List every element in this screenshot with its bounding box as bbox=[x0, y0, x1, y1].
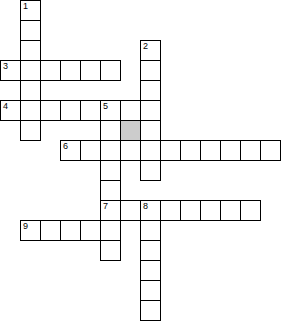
crossword-cell[interactable] bbox=[140, 280, 161, 301]
crossword-cell[interactable] bbox=[20, 100, 41, 121]
crossword-cell[interactable] bbox=[140, 240, 161, 261]
crossword-cell[interactable] bbox=[60, 100, 81, 121]
crossword-cell[interactable] bbox=[40, 220, 61, 241]
crossword-cell[interactable] bbox=[140, 120, 161, 141]
crossword-cell[interactable] bbox=[140, 220, 161, 241]
crossword-cell[interactable] bbox=[140, 140, 161, 161]
crossword-cell[interactable]: 1 bbox=[20, 0, 41, 21]
crossword-cell[interactable] bbox=[200, 200, 221, 221]
crossword-cell[interactable] bbox=[100, 220, 121, 241]
crossword-cell[interactable] bbox=[100, 140, 121, 161]
crossword-cell-shaded[interactable] bbox=[120, 120, 141, 141]
crossword-cell[interactable]: 6 bbox=[60, 140, 81, 161]
crossword-cell[interactable]: 8 bbox=[140, 200, 161, 221]
clue-number: 6 bbox=[63, 142, 68, 150]
crossword-cell[interactable] bbox=[20, 120, 41, 141]
crossword-cell[interactable] bbox=[20, 60, 41, 81]
crossword-cell[interactable] bbox=[80, 220, 101, 241]
crossword-cell[interactable] bbox=[100, 60, 121, 81]
crossword-cell[interactable] bbox=[240, 140, 261, 161]
crossword-cell[interactable]: 4 bbox=[0, 100, 21, 121]
crossword-cell[interactable] bbox=[120, 100, 141, 121]
crossword-cell[interactable] bbox=[120, 140, 141, 161]
crossword-cell[interactable] bbox=[100, 160, 121, 181]
crossword-cell[interactable] bbox=[40, 100, 61, 121]
clue-number: 2 bbox=[143, 42, 148, 50]
clue-number: 3 bbox=[3, 62, 8, 70]
crossword-cell[interactable] bbox=[80, 140, 101, 161]
crossword-cell[interactable]: 9 bbox=[20, 220, 41, 241]
crossword-cell[interactable] bbox=[200, 140, 221, 161]
crossword-cell[interactable] bbox=[20, 80, 41, 101]
clue-number: 4 bbox=[3, 102, 8, 110]
crossword-cell[interactable] bbox=[160, 200, 181, 221]
crossword-cell[interactable] bbox=[220, 140, 241, 161]
crossword-cell[interactable]: 7 bbox=[100, 200, 121, 221]
crossword-cell[interactable] bbox=[60, 220, 81, 241]
crossword-cell[interactable] bbox=[140, 160, 161, 181]
crossword-cell[interactable] bbox=[140, 260, 161, 281]
crossword-cell[interactable] bbox=[220, 200, 241, 221]
clue-number: 9 bbox=[23, 222, 28, 230]
clue-number: 5 bbox=[103, 102, 108, 110]
crossword-cell[interactable] bbox=[80, 60, 101, 81]
crossword-cell[interactable]: 3 bbox=[0, 60, 21, 81]
crossword-cell[interactable] bbox=[80, 100, 101, 121]
crossword-board: 123456789 bbox=[0, 0, 281, 321]
crossword-cell[interactable] bbox=[140, 60, 161, 81]
crossword-cell[interactable] bbox=[100, 120, 121, 141]
crossword-cell[interactable] bbox=[100, 240, 121, 261]
crossword-cell[interactable] bbox=[180, 140, 201, 161]
clue-number: 1 bbox=[23, 2, 28, 10]
crossword-cell[interactable] bbox=[240, 200, 261, 221]
crossword-cell[interactable] bbox=[60, 60, 81, 81]
crossword-cell[interactable]: 5 bbox=[100, 100, 121, 121]
crossword-cell[interactable] bbox=[100, 180, 121, 201]
crossword-cell[interactable] bbox=[180, 200, 201, 221]
clue-number: 8 bbox=[143, 202, 148, 210]
crossword-cell[interactable] bbox=[140, 100, 161, 121]
crossword-cell[interactable] bbox=[40, 60, 61, 81]
clue-number: 7 bbox=[103, 202, 108, 210]
crossword-cell[interactable]: 2 bbox=[140, 40, 161, 61]
crossword-cell[interactable] bbox=[20, 20, 41, 41]
crossword-cell[interactable] bbox=[140, 80, 161, 101]
crossword-cell[interactable] bbox=[20, 40, 41, 61]
crossword-cell[interactable] bbox=[140, 300, 161, 321]
crossword-cell[interactable] bbox=[120, 200, 141, 221]
crossword-cell[interactable] bbox=[160, 140, 181, 161]
crossword-cell[interactable] bbox=[260, 140, 281, 161]
